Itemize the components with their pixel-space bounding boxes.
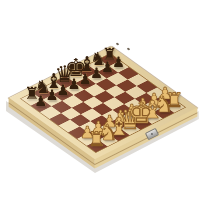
hinge-pin-icon xyxy=(116,42,120,45)
hinge-pin-icon xyxy=(126,47,130,50)
chess-board xyxy=(9,46,198,160)
product-photo: ♜♞♝♛♚♝♞♜♟♟♟♟♟♟♟♟♟♟♟♟♟♟♟♟♜♞♝♛♚♝♞♜ xyxy=(0,0,200,200)
